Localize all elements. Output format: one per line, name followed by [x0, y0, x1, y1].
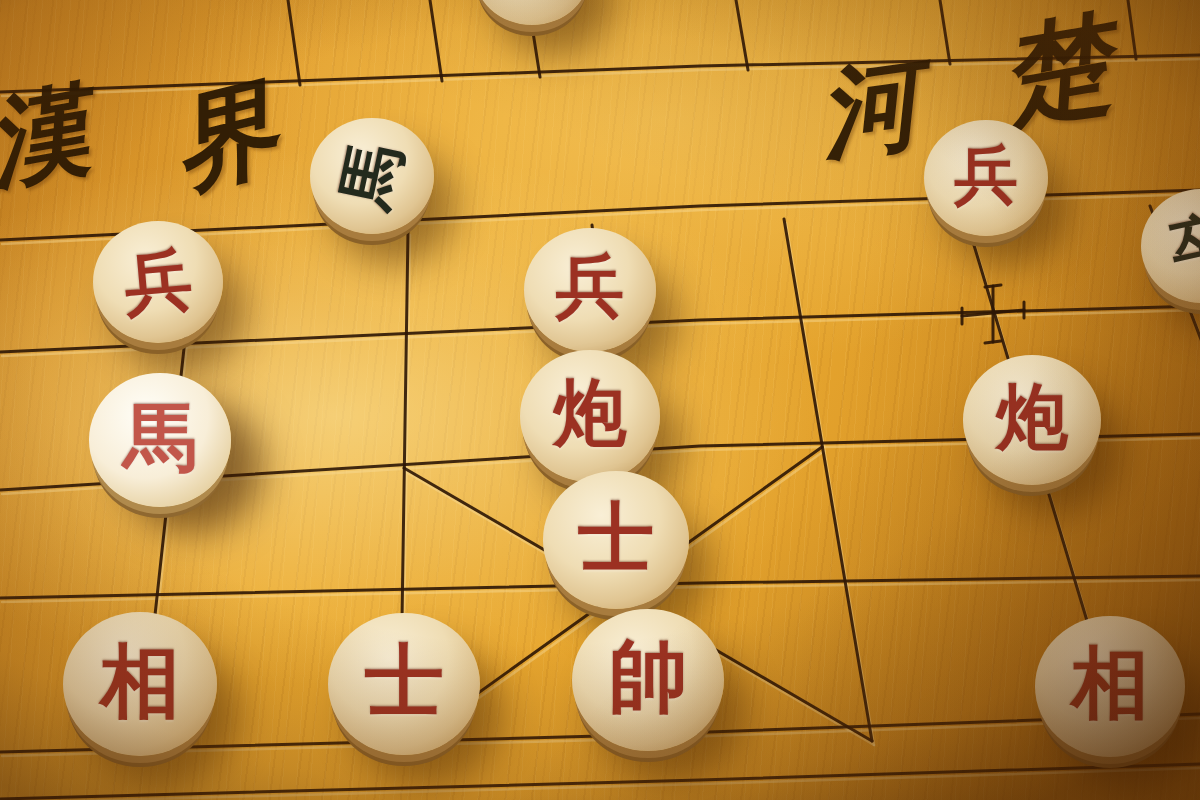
piece-red-soldier-e4[interactable]: 兵 [524, 228, 656, 352]
piece-glyph: 馬 [123, 401, 197, 475]
piece-glyph: 馬 [334, 138, 410, 214]
piece-red-soldier-g5[interactable]: 兵 [924, 120, 1048, 237]
pieces-layer: 馬兵卒兵兵炮炮馬士帥相士相 [0, 0, 1200, 800]
piece-glyph: 兵 [954, 144, 1018, 208]
piece-glyph: 帥 [609, 638, 688, 717]
piece-black-soldier-e6-cropped[interactable] [473, 0, 591, 25]
piece-glyph: 相 [100, 642, 180, 722]
piece-black-soldier-h4[interactable]: 卒 [1141, 189, 1200, 304]
piece-red-horse-c3[interactable]: 馬 [89, 373, 231, 506]
piece-red-advisor-e2[interactable]: 士 [543, 471, 689, 608]
piece-glyph: 兵 [121, 245, 195, 319]
piece-glyph: 炮 [996, 382, 1068, 454]
piece-red-advisor-d1[interactable]: 士 [328, 613, 480, 756]
piece-glyph: 相 [1071, 645, 1149, 723]
piece-red-cannon-e3[interactable]: 炮 [520, 350, 660, 482]
piece-red-cannon-g3[interactable]: 炮 [963, 355, 1101, 485]
piece-red-elephant-c1[interactable]: 相 [63, 612, 217, 757]
piece-glyph: 士 [365, 642, 444, 721]
piece-glyph: 士 [578, 500, 654, 576]
piece-black-horse-d5[interactable]: 馬 [310, 118, 434, 235]
xiangqi-board-photo: 漢界河楚 馬兵卒兵兵炮炮馬士帥相士相 [0, 0, 1200, 800]
piece-red-general-e1[interactable]: 帥 [572, 609, 724, 752]
piece-red-soldier-c4[interactable]: 兵 [93, 221, 223, 343]
piece-glyph: 兵 [556, 253, 625, 322]
piece-red-elephant-g1[interactable]: 相 [1035, 616, 1185, 757]
piece-glyph: 卒 [1165, 209, 1200, 284]
piece-glyph: 炮 [554, 377, 627, 450]
